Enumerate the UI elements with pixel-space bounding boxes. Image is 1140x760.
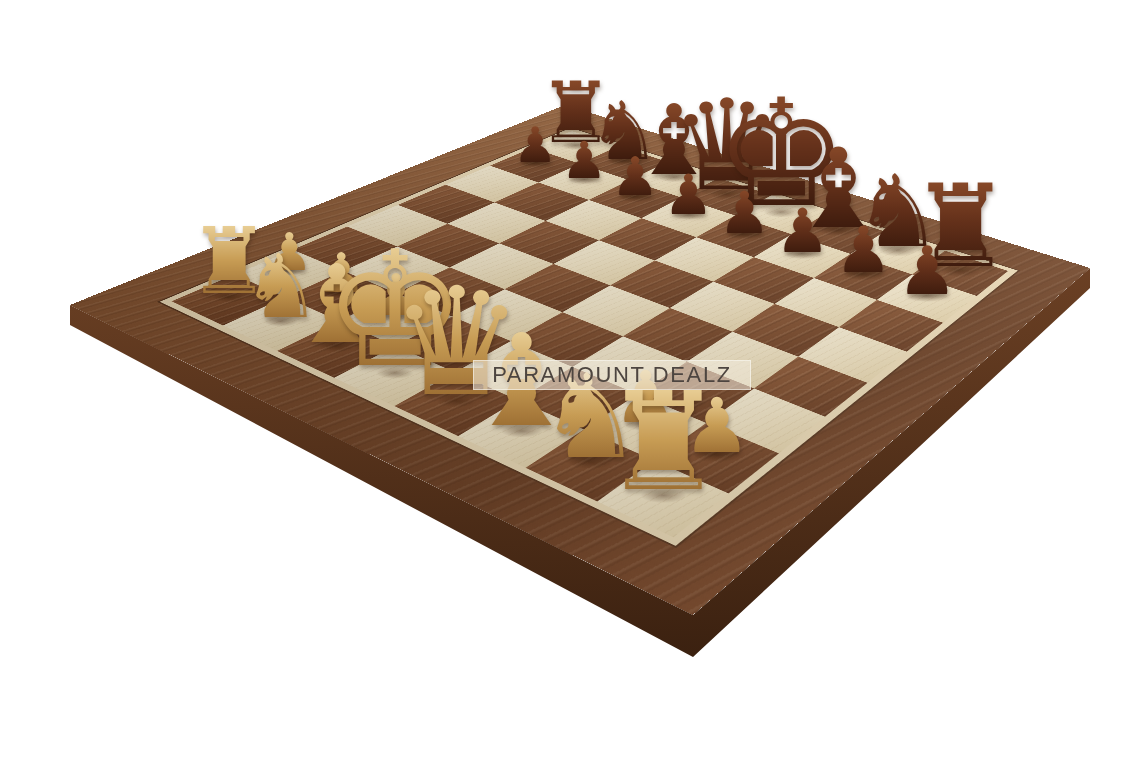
piece-black-pawn-f7[interactable]: ♟ — [775, 201, 830, 262]
piece-black-pawn-g7[interactable]: ♟ — [835, 219, 892, 283]
scene: ♜♞♝♛♚♝♞♜♟♟♟♟♟♟♟♟♟♟♟♟♟♜♞♝♚♛♝♞♜ PARAMOUNT … — [0, 0, 1140, 760]
piece-black-pawn-e7[interactable]: ♟ — [718, 183, 770, 241]
watermark: PARAMOUNT DEALZ — [473, 360, 751, 390]
piece-black-pawn-a7[interactable]: ♟ — [513, 121, 557, 170]
piece-black-pawn-c7[interactable]: ♟ — [611, 151, 659, 204]
piece-white-rook-h1[interactable]: ♜ — [603, 375, 725, 511]
piece-black-pawn-h7[interactable]: ♟ — [897, 238, 957, 305]
piece-black-pawn-b7[interactable]: ♟ — [561, 135, 607, 186]
watermark-text: PARAMOUNT DEALZ — [492, 362, 732, 388]
piece-black-pawn-d7[interactable]: ♟ — [664, 167, 714, 223]
